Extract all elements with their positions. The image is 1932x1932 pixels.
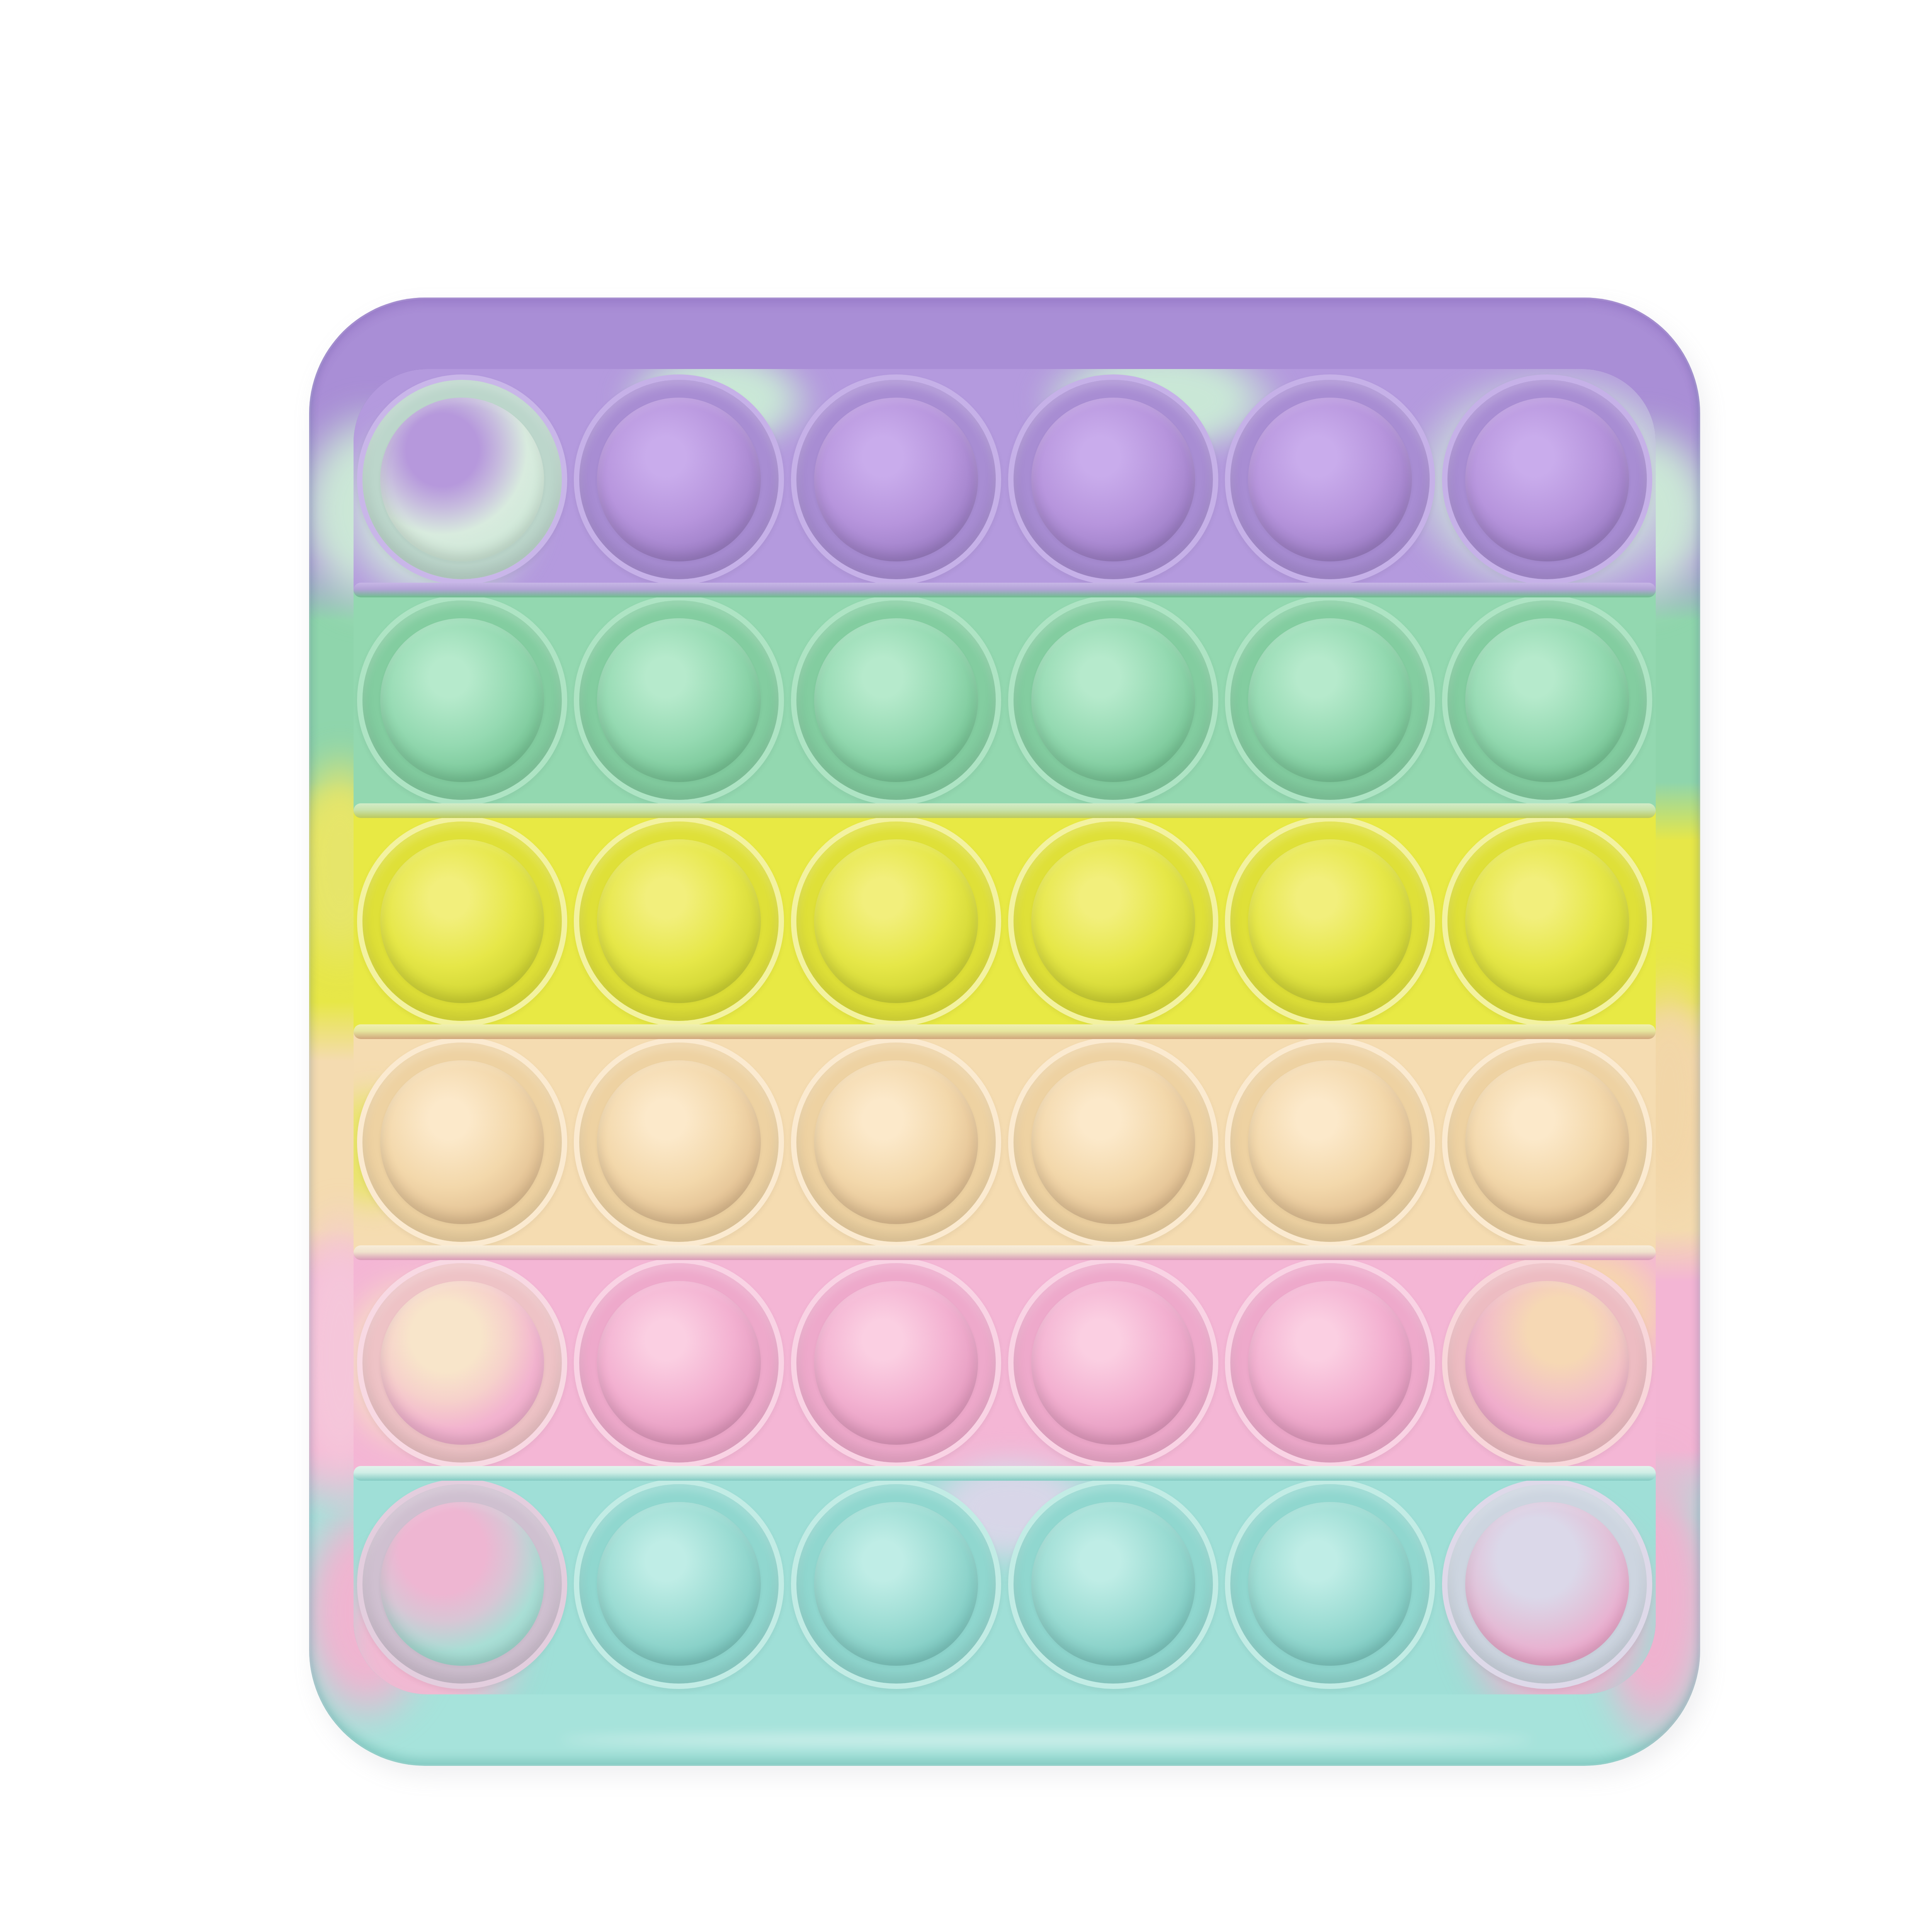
- row-divider-ridge: [354, 803, 1656, 818]
- bubble-dome: [597, 618, 761, 782]
- bubble-dome: [597, 839, 761, 1003]
- bubble-r6c3[interactable]: [791, 1479, 1001, 1689]
- bubble-r2c2[interactable]: [574, 595, 784, 805]
- bubble-dome: [1465, 618, 1629, 782]
- bubble-dome: [814, 1281, 978, 1445]
- row-divider-ridge: [354, 1466, 1656, 1481]
- row-divider-ridge: [354, 1024, 1656, 1039]
- bubble-dome: [1031, 839, 1195, 1003]
- bubble-r1c5[interactable]: [1225, 374, 1435, 585]
- bubble-dome: [1248, 618, 1412, 782]
- row-divider-ridge: [354, 583, 1656, 597]
- bubble-dome: [1248, 839, 1412, 1003]
- bubble-dome: [814, 398, 978, 561]
- bubble-r3c2[interactable]: [574, 816, 784, 1026]
- bubble-r6c1[interactable]: [357, 1479, 567, 1689]
- bubble-r2c1[interactable]: [357, 595, 567, 805]
- bubble-dome: [597, 1281, 761, 1445]
- bubble-r3c3[interactable]: [791, 816, 1001, 1026]
- bubble-dome: [597, 1502, 761, 1666]
- bubble-dome: [1031, 1060, 1195, 1224]
- bubble-row-3: [354, 811, 1656, 1032]
- bubble-dome: [814, 1060, 978, 1224]
- bubble-r4c4[interactable]: [1008, 1037, 1218, 1247]
- bubble-dome: [380, 1502, 544, 1666]
- bubble-r2c3[interactable]: [791, 595, 1001, 805]
- photo-background: [0, 0, 1932, 1932]
- pop-it-toy: [309, 298, 1700, 1766]
- bubble-r5c4[interactable]: [1008, 1258, 1218, 1468]
- bubble-row-1: [354, 369, 1656, 590]
- bubble-dome: [597, 1060, 761, 1224]
- bubble-r6c5[interactable]: [1225, 1479, 1435, 1689]
- bubble-r5c3[interactable]: [791, 1258, 1001, 1468]
- bubble-dome: [380, 1281, 544, 1445]
- bubble-r4c1[interactable]: [357, 1037, 567, 1247]
- bubble-r5c6[interactable]: [1442, 1258, 1652, 1468]
- bubble-dome: [380, 1060, 544, 1224]
- bubble-r1c1[interactable]: [357, 374, 567, 585]
- bubble-dome: [597, 398, 761, 561]
- bubble-r4c3[interactable]: [791, 1037, 1001, 1247]
- bubble-dome: [380, 618, 544, 782]
- bubble-dome: [1031, 1281, 1195, 1445]
- bubble-dome: [380, 398, 544, 561]
- bubble-r1c4[interactable]: [1008, 374, 1218, 585]
- bubble-r4c6[interactable]: [1442, 1037, 1652, 1247]
- bubble-tray: [354, 369, 1656, 1694]
- bubble-row-5: [354, 1253, 1656, 1474]
- bubble-r3c5[interactable]: [1225, 816, 1435, 1026]
- bubble-r3c1[interactable]: [357, 816, 567, 1026]
- bubble-r1c6[interactable]: [1442, 374, 1652, 585]
- bubble-dome: [1248, 398, 1412, 561]
- bubble-dome: [1465, 839, 1629, 1003]
- bubble-r1c3[interactable]: [791, 374, 1001, 585]
- bubble-dome: [1031, 398, 1195, 561]
- bubble-dome: [380, 839, 544, 1003]
- row-divider-ridge: [354, 1245, 1656, 1260]
- bubble-row-6: [354, 1473, 1656, 1694]
- bubble-r5c1[interactable]: [357, 1258, 567, 1468]
- bubble-r3c4[interactable]: [1008, 816, 1218, 1026]
- bubble-r1c2[interactable]: [574, 374, 784, 585]
- bubble-r5c5[interactable]: [1225, 1258, 1435, 1468]
- bubble-dome: [814, 618, 978, 782]
- bubble-r6c4[interactable]: [1008, 1479, 1218, 1689]
- bubble-r2c5[interactable]: [1225, 595, 1435, 805]
- bubble-dome: [1248, 1281, 1412, 1445]
- bottom-rim-gloss-highlight: [560, 1734, 1533, 1746]
- bubble-row-2: [354, 590, 1656, 811]
- bubble-dome: [1031, 1502, 1195, 1666]
- bubble-r6c2[interactable]: [574, 1479, 784, 1689]
- bubble-dome: [1465, 1502, 1629, 1666]
- bubble-r5c2[interactable]: [574, 1258, 784, 1468]
- bubble-dome: [1248, 1060, 1412, 1224]
- bubble-dome: [814, 1502, 978, 1666]
- bubble-r4c5[interactable]: [1225, 1037, 1435, 1247]
- bubble-dome: [1465, 1060, 1629, 1224]
- bubble-row-4: [354, 1032, 1656, 1253]
- bubble-r2c6[interactable]: [1442, 595, 1652, 805]
- bubble-r4c2[interactable]: [574, 1037, 784, 1247]
- bubble-r3c6[interactable]: [1442, 816, 1652, 1026]
- bubble-dome: [1031, 618, 1195, 782]
- bubble-dome: [1465, 1281, 1629, 1445]
- bubble-dome: [814, 839, 978, 1003]
- bubble-dome: [1248, 1502, 1412, 1666]
- bubble-dome: [1465, 398, 1629, 561]
- bubble-r6c6[interactable]: [1442, 1479, 1652, 1689]
- bubble-r2c4[interactable]: [1008, 595, 1218, 805]
